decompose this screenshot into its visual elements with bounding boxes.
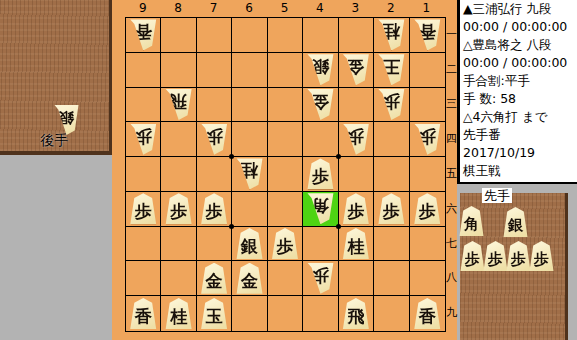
piece-kanji: 金 — [241, 273, 258, 290]
info-line: 棋王戦 — [460, 162, 577, 180]
shogi-piece[interactable]: 金 — [236, 263, 263, 294]
board-square[interactable] — [374, 296, 409, 331]
hoshi-dot — [229, 154, 234, 159]
board-square[interactable]: 歩 — [374, 88, 409, 123]
shogi-piece[interactable]: 銀 — [503, 207, 528, 237]
rank-label: 六 — [446, 191, 457, 226]
shogi-piece[interactable]: 飛 — [342, 298, 369, 329]
hand-piece[interactable]: 歩 — [506, 241, 531, 271]
shogi-piece[interactable]: 香 — [130, 298, 157, 329]
board-square[interactable]: 銀 — [232, 227, 267, 262]
piece-kanji: 歩 — [419, 203, 436, 220]
board-square[interactable]: 歩 — [126, 192, 161, 227]
piece-kanji: 香 — [135, 23, 152, 40]
hand-piece[interactable]: 歩 — [460, 241, 485, 271]
info-line: 00:00 / 00:00:00 — [460, 18, 577, 36]
hand-piece[interactable]: 角 — [459, 206, 484, 236]
piece-kanji: 飛 — [347, 308, 364, 325]
board-square[interactable] — [303, 296, 338, 331]
board-square[interactable]: 王 — [374, 53, 409, 88]
board-square[interactable] — [268, 88, 303, 123]
rank-label: 四 — [446, 121, 457, 156]
info-line: 先手番 — [460, 126, 577, 144]
file-label: 6 — [231, 0, 266, 16]
rank-label: 八 — [446, 260, 457, 295]
piece-kanji: 桂 — [170, 308, 187, 325]
piece-kanji: 歩 — [347, 203, 364, 220]
board-square[interactable] — [339, 157, 374, 192]
file-label: 2 — [373, 0, 408, 16]
board-square[interactable] — [197, 53, 232, 88]
hand-piece[interactable]: 銀 — [54, 105, 79, 135]
piece-kanji: 金 — [312, 93, 329, 110]
board-square[interactable] — [232, 122, 267, 157]
piece-kanji: 金 — [206, 273, 223, 290]
board-square[interactable]: 桂 — [374, 18, 409, 53]
info-line: △豊島将之 八段 — [460, 36, 577, 54]
board-square[interactable]: 歩 — [161, 192, 196, 227]
piece-kanji: 銀 — [312, 58, 329, 75]
board-panel: 987654321 一二三四五六七八九 香桂香銀金王飛金歩歩歩歩歩桂歩歩歩歩角歩… — [112, 0, 457, 340]
piece-kanji: 玉 — [206, 308, 223, 325]
shogi-piece[interactable]: 玉 — [201, 298, 228, 329]
shogi-piece[interactable]: 歩 — [271, 228, 298, 259]
piece-kanji: 歩 — [419, 128, 436, 145]
file-labels: 987654321 — [125, 0, 444, 16]
board-square[interactable]: 金 — [232, 261, 267, 296]
shogi-app: 後手 銀 987654321 一二三四五六七八九 香桂香銀金王飛金歩歩歩歩歩桂歩… — [0, 0, 577, 340]
file-label: 9 — [125, 0, 160, 16]
shogi-piece[interactable]: 金 — [307, 89, 334, 120]
piece-kanji: 角 — [312, 197, 329, 214]
board-square[interactable] — [339, 88, 374, 123]
board-square[interactable]: 香 — [410, 296, 445, 331]
board-square[interactable] — [339, 18, 374, 53]
hand-piece[interactable]: 歩 — [529, 241, 554, 271]
board-square[interactable] — [268, 53, 303, 88]
rank-label: 二 — [446, 52, 457, 87]
board-square[interactable] — [374, 157, 409, 192]
board-square[interactable] — [303, 122, 338, 157]
shogi-piece[interactable]: 銀 — [54, 105, 79, 135]
shogi-piece[interactable]: 歩 — [342, 193, 369, 224]
piece-kanji: 王 — [383, 58, 400, 75]
board-square[interactable] — [410, 88, 445, 123]
shogi-piece[interactable]: 歩 — [201, 193, 228, 224]
shogi-piece[interactable]: 歩 — [307, 263, 334, 294]
board-square[interactable] — [126, 157, 161, 192]
board-square[interactable]: 飛 — [339, 296, 374, 331]
board-square[interactable] — [197, 88, 232, 123]
board-square[interactable] — [232, 18, 267, 53]
shogi-piece[interactable]: 歩 — [460, 241, 485, 271]
info-line: 00:00 / 00:00:00 — [460, 54, 577, 72]
piece-kanji: 桂 — [347, 238, 364, 255]
board-square[interactable] — [126, 227, 161, 262]
piece-kanji: 歩 — [347, 128, 364, 145]
board-square[interactable] — [161, 18, 196, 53]
board-square[interactable]: 金 — [303, 88, 338, 123]
rank-label: 三 — [446, 87, 457, 122]
file-label: 5 — [267, 0, 302, 16]
board-square[interactable] — [161, 261, 196, 296]
board-square[interactable] — [161, 122, 196, 157]
board-square[interactable] — [268, 18, 303, 53]
shogi-piece[interactable]: 歩 — [506, 241, 531, 271]
piece-kanji: 桂 — [241, 162, 258, 179]
board-square[interactable]: 歩 — [410, 192, 445, 227]
board-square[interactable]: 玉 — [197, 296, 232, 331]
piece-kanji: 歩 — [135, 128, 152, 145]
shogi-piece[interactable]: 桂 — [342, 228, 369, 259]
shogi-piece[interactable]: 歩 — [342, 124, 369, 155]
shogi-piece[interactable]: 歩 — [130, 124, 157, 155]
info-line: △4六角打 まで — [460, 108, 577, 126]
shogi-piece[interactable]: 歩 — [378, 193, 405, 224]
rank-label: 五 — [446, 156, 457, 191]
shogi-piece[interactable]: 歩 — [414, 193, 441, 224]
shogi-piece[interactable]: 歩 — [414, 124, 441, 155]
board-square[interactable]: 金 — [339, 53, 374, 88]
board-square[interactable]: 桂 — [232, 157, 267, 192]
shogi-piece[interactable]: 角 — [459, 206, 484, 236]
rank-label: 七 — [446, 226, 457, 261]
board-square[interactable] — [232, 296, 267, 331]
board-square[interactable] — [268, 296, 303, 331]
board-square[interactable] — [161, 157, 196, 192]
piece-kanji: 銀 — [241, 238, 258, 255]
board-square[interactable]: 歩 — [303, 261, 338, 296]
board-square[interactable] — [232, 88, 267, 123]
board-square[interactable] — [410, 261, 445, 296]
board-square[interactable]: 香 — [126, 18, 161, 53]
piece-kanji: 歩 — [312, 267, 329, 284]
board-square[interactable]: 桂 — [161, 296, 196, 331]
shogi-piece[interactable]: 歩 — [529, 241, 554, 271]
shogi-piece[interactable]: 香 — [130, 19, 157, 50]
info-line: 手 数: 58 — [460, 90, 577, 108]
shogi-piece[interactable]: 王 — [378, 54, 405, 85]
hoshi-dot — [336, 154, 341, 159]
board-square[interactable]: 飛 — [161, 88, 196, 123]
piece-kanji: 歩 — [135, 203, 152, 220]
board-square[interactable] — [232, 192, 267, 227]
piece-kanji: 桂 — [383, 23, 400, 40]
shogi-piece[interactable]: 飛 — [165, 89, 192, 120]
shogi-piece[interactable]: 香 — [414, 298, 441, 329]
board-square[interactable]: 香 — [410, 18, 445, 53]
file-label: 4 — [302, 0, 337, 16]
shogi-piece[interactable]: 桂 — [236, 158, 263, 189]
board-square[interactable] — [268, 261, 303, 296]
board-square[interactable] — [268, 157, 303, 192]
board-square[interactable] — [161, 53, 196, 88]
piece-kanji: 歩 — [276, 238, 293, 255]
board-square[interactable] — [410, 157, 445, 192]
shogi-piece[interactable]: 歩 — [165, 193, 192, 224]
board-square[interactable]: 歩 — [339, 192, 374, 227]
board-square[interactable]: 歩 — [303, 157, 338, 192]
piece-kanji: 歩 — [312, 168, 329, 185]
shogi-piece[interactable]: 桂 — [378, 19, 405, 50]
board-square[interactable] — [268, 122, 303, 157]
hand-piece[interactable]: 歩 — [483, 241, 508, 271]
piece-kanji: 歩 — [383, 203, 400, 220]
info-line: ▲三浦弘行 九段 — [460, 0, 577, 18]
board-square[interactable]: 歩 — [410, 122, 445, 157]
piece-kanji: 香 — [135, 308, 152, 325]
sente-label: 先手 — [482, 188, 512, 203]
piece-kanji: 歩 — [206, 203, 223, 220]
board-square[interactable] — [232, 53, 267, 88]
hoshi-dot — [229, 224, 234, 229]
shogi-piece[interactable]: 銀 — [307, 54, 334, 85]
rank-label: 一 — [446, 17, 457, 52]
board-square[interactable]: 歩 — [126, 122, 161, 157]
board-square[interactable] — [126, 88, 161, 123]
board-square[interactable]: 角 — [303, 192, 338, 227]
file-label: 8 — [160, 0, 195, 16]
file-label: 3 — [338, 0, 373, 16]
board-square[interactable]: 金 — [197, 261, 232, 296]
piece-kanji: 歩 — [206, 128, 223, 145]
shogi-piece[interactable]: 歩 — [201, 124, 228, 155]
board-square[interactable] — [126, 261, 161, 296]
shogi-piece[interactable]: 歩 — [130, 193, 157, 224]
piece-kanji: 飛 — [170, 93, 187, 110]
board-square[interactable] — [410, 53, 445, 88]
board-square[interactable] — [197, 18, 232, 53]
board-square[interactable] — [268, 192, 303, 227]
rank-labels: 一二三四五六七八九 — [446, 17, 457, 330]
rank-label: 九 — [446, 295, 457, 330]
piece-kanji: 角 — [464, 217, 479, 232]
shogi-piece[interactable]: 歩 — [307, 158, 334, 189]
board-square[interactable] — [339, 261, 374, 296]
shogi-piece[interactable]: 金 — [342, 54, 369, 85]
board-square[interactable] — [126, 53, 161, 88]
board-square[interactable]: 香 — [126, 296, 161, 331]
piece-kanji: 香 — [419, 23, 436, 40]
board-square[interactable] — [374, 227, 409, 262]
piece-kanji: 歩 — [511, 252, 526, 267]
info-line: 2017/10/19 — [460, 144, 577, 162]
board-square[interactable] — [303, 18, 338, 53]
board-square[interactable]: 歩 — [197, 122, 232, 157]
shogi-board[interactable]: 香桂香銀金王飛金歩歩歩歩歩桂歩歩歩歩角歩歩歩銀歩桂金金歩香桂玉飛香 — [125, 17, 446, 332]
sente-hand-tray: 先手 角銀歩歩歩歩 — [460, 193, 568, 340]
board-square[interactable] — [410, 227, 445, 262]
board-square[interactable]: 銀 — [303, 53, 338, 88]
game-info-panel: ▲三浦弘行 九段00:00 / 00:00:00△豊島将之 八段00:00 / … — [457, 0, 577, 184]
shogi-piece[interactable]: 金 — [201, 263, 228, 294]
piece-kanji: 香 — [419, 308, 436, 325]
board-square[interactable] — [197, 227, 232, 262]
board-square[interactable]: 桂 — [339, 227, 374, 262]
piece-kanji: 歩 — [383, 93, 400, 110]
gote-hand-tray: 後手 銀 — [0, 0, 112, 155]
board-square[interactable]: 歩 — [339, 122, 374, 157]
board-square[interactable]: 歩 — [268, 227, 303, 262]
shogi-piece[interactable]: 歩 — [378, 89, 405, 120]
piece-kanji: 金 — [347, 58, 364, 75]
piece-kanji: 銀 — [508, 218, 523, 233]
board-square[interactable] — [374, 122, 409, 157]
shogi-piece[interactable]: 歩 — [483, 241, 508, 271]
board-square[interactable]: 歩 — [374, 192, 409, 227]
board-square[interactable]: 歩 — [197, 192, 232, 227]
piece-kanji: 歩 — [534, 252, 549, 267]
file-label: 7 — [196, 0, 231, 16]
board-square[interactable] — [197, 157, 232, 192]
hoshi-dot — [336, 224, 341, 229]
shogi-piece[interactable]: 銀 — [236, 228, 263, 259]
file-label: 1 — [409, 0, 444, 16]
hand-piece[interactable]: 銀 — [503, 207, 528, 237]
info-line: 手合割:平手 — [460, 72, 577, 90]
board-square[interactable] — [374, 261, 409, 296]
shogi-piece[interactable]: 角 — [307, 193, 334, 224]
board-square[interactable] — [303, 227, 338, 262]
shogi-piece[interactable]: 香 — [414, 19, 441, 50]
piece-kanji: 銀 — [59, 110, 74, 125]
board-square[interactable] — [161, 227, 196, 262]
piece-kanji: 歩 — [488, 252, 503, 267]
piece-kanji: 歩 — [170, 203, 187, 220]
piece-kanji: 歩 — [465, 252, 480, 267]
shogi-piece[interactable]: 桂 — [165, 298, 192, 329]
